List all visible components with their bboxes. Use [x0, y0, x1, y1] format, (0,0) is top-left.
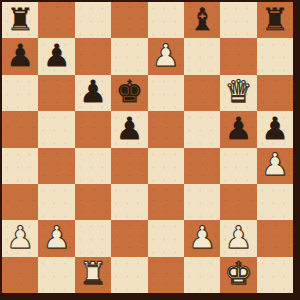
square-e3[interactable] [148, 184, 184, 220]
square-a2[interactable]: ♟ [2, 220, 38, 256]
square-b4[interactable] [38, 148, 74, 184]
square-a6[interactable] [2, 75, 38, 111]
square-g8[interactable] [220, 2, 256, 38]
square-c6[interactable]: ♟ [75, 75, 111, 111]
piece-black-rook[interactable]: ♜ [6, 4, 34, 35]
square-g4[interactable] [220, 148, 256, 184]
square-d6[interactable]: ♚ [111, 75, 147, 111]
square-a5[interactable] [2, 111, 38, 147]
square-c8[interactable] [75, 2, 111, 38]
square-e1[interactable] [148, 257, 184, 293]
piece-white-pawn[interactable]: ♟ [188, 222, 216, 253]
square-c2[interactable] [75, 220, 111, 256]
square-d3[interactable] [111, 184, 147, 220]
square-c5[interactable] [75, 111, 111, 147]
square-g5[interactable]: ♟ [220, 111, 256, 147]
square-h7[interactable] [257, 38, 293, 74]
piece-black-pawn[interactable]: ♟ [261, 113, 289, 144]
chess-app-window: ♜♝♜♟♟♟♟♚♛♟♟♟♟♟♟♟♟♜♚ [0, 0, 300, 300]
square-h1[interactable] [257, 257, 293, 293]
square-d2[interactable] [111, 220, 147, 256]
square-e7[interactable]: ♟ [148, 38, 184, 74]
piece-black-bishop[interactable]: ♝ [188, 4, 216, 35]
square-d4[interactable] [111, 148, 147, 184]
square-e8[interactable] [148, 2, 184, 38]
square-g3[interactable] [220, 184, 256, 220]
square-h8[interactable]: ♜ [257, 2, 293, 38]
piece-white-queen[interactable]: ♛ [225, 76, 253, 107]
piece-black-pawn[interactable]: ♟ [79, 76, 107, 107]
square-a4[interactable] [2, 148, 38, 184]
square-e2[interactable] [148, 220, 184, 256]
square-h3[interactable] [257, 184, 293, 220]
square-d5[interactable]: ♟ [111, 111, 147, 147]
square-g1[interactable]: ♚ [220, 257, 256, 293]
square-g6[interactable]: ♛ [220, 75, 256, 111]
square-d7[interactable] [111, 38, 147, 74]
piece-black-pawn[interactable]: ♟ [225, 113, 253, 144]
piece-white-pawn[interactable]: ♟ [6, 222, 34, 253]
piece-black-king[interactable]: ♚ [115, 76, 143, 107]
square-a8[interactable]: ♜ [2, 2, 38, 38]
square-d1[interactable] [111, 257, 147, 293]
square-h6[interactable] [257, 75, 293, 111]
square-a7[interactable]: ♟ [2, 38, 38, 74]
square-a1[interactable] [2, 257, 38, 293]
piece-black-pawn[interactable]: ♟ [115, 113, 143, 144]
square-f3[interactable] [184, 184, 220, 220]
piece-black-rook[interactable]: ♜ [261, 4, 289, 35]
square-f2[interactable]: ♟ [184, 220, 220, 256]
square-b1[interactable] [38, 257, 74, 293]
piece-black-pawn[interactable]: ♟ [43, 40, 71, 71]
square-h5[interactable]: ♟ [257, 111, 293, 147]
piece-white-pawn[interactable]: ♟ [225, 222, 253, 253]
chess-board[interactable]: ♜♝♜♟♟♟♟♚♛♟♟♟♟♟♟♟♟♜♚ [2, 2, 293, 293]
square-f1[interactable] [184, 257, 220, 293]
square-g7[interactable] [220, 38, 256, 74]
square-b3[interactable] [38, 184, 74, 220]
square-c4[interactable] [75, 148, 111, 184]
piece-black-pawn[interactable]: ♟ [6, 40, 34, 71]
square-b8[interactable] [38, 2, 74, 38]
piece-white-pawn[interactable]: ♟ [43, 222, 71, 253]
square-e5[interactable] [148, 111, 184, 147]
square-f5[interactable] [184, 111, 220, 147]
piece-white-rook[interactable]: ♜ [79, 258, 107, 289]
square-b2[interactable]: ♟ [38, 220, 74, 256]
square-h2[interactable] [257, 220, 293, 256]
square-e4[interactable] [148, 148, 184, 184]
square-b5[interactable] [38, 111, 74, 147]
square-c7[interactable] [75, 38, 111, 74]
square-b7[interactable]: ♟ [38, 38, 74, 74]
piece-white-king[interactable]: ♚ [225, 258, 253, 289]
square-c1[interactable]: ♜ [75, 257, 111, 293]
square-e6[interactable] [148, 75, 184, 111]
square-h4[interactable]: ♟ [257, 148, 293, 184]
square-f4[interactable] [184, 148, 220, 184]
square-d8[interactable] [111, 2, 147, 38]
square-c3[interactable] [75, 184, 111, 220]
square-f6[interactable] [184, 75, 220, 111]
square-g2[interactable]: ♟ [220, 220, 256, 256]
piece-white-pawn[interactable]: ♟ [152, 40, 180, 71]
square-a3[interactable] [2, 184, 38, 220]
square-f8[interactable]: ♝ [184, 2, 220, 38]
square-f7[interactable] [184, 38, 220, 74]
square-b6[interactable] [38, 75, 74, 111]
piece-white-pawn[interactable]: ♟ [261, 149, 289, 180]
